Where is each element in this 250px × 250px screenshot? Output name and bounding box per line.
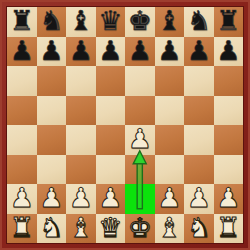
square-d5[interactable] xyxy=(96,96,126,126)
piece-black-pawn[interactable]: ♟ xyxy=(10,37,34,64)
square-a2[interactable]: ♟ xyxy=(7,184,37,214)
square-d1[interactable]: ♛ xyxy=(96,214,126,244)
board-frame: ♜♞♝♛♚♝♞♜♟♟♟♟♟♟♟♟♟♟♟♟♟♟♟♟♜♞♝♛♚♝♞♜ xyxy=(0,0,250,250)
square-c1[interactable]: ♝ xyxy=(66,214,96,244)
square-a1[interactable]: ♜ xyxy=(7,214,37,244)
square-c7[interactable]: ♟ xyxy=(66,37,96,67)
square-g5[interactable] xyxy=(184,96,214,126)
square-b7[interactable]: ♟ xyxy=(37,37,67,67)
square-g4[interactable] xyxy=(184,125,214,155)
piece-black-pawn[interactable]: ♟ xyxy=(216,37,240,64)
square-c3[interactable] xyxy=(66,155,96,185)
square-c8[interactable]: ♝ xyxy=(66,7,96,37)
square-f5[interactable] xyxy=(155,96,185,126)
piece-white-pawn[interactable]: ♟ xyxy=(216,184,240,211)
piece-white-knight[interactable]: ♞ xyxy=(187,214,211,241)
square-a8[interactable]: ♜ xyxy=(7,7,37,37)
square-b2[interactable]: ♟ xyxy=(37,184,67,214)
square-a4[interactable] xyxy=(7,125,37,155)
piece-white-pawn[interactable]: ♟ xyxy=(39,184,63,211)
square-f4[interactable] xyxy=(155,125,185,155)
piece-black-knight[interactable]: ♞ xyxy=(39,7,63,34)
square-g1[interactable]: ♞ xyxy=(184,214,214,244)
piece-white-pawn[interactable]: ♟ xyxy=(128,125,152,152)
square-f7[interactable]: ♟ xyxy=(155,37,185,67)
square-d2[interactable]: ♟ xyxy=(96,184,126,214)
square-c4[interactable] xyxy=(66,125,96,155)
square-f8[interactable]: ♝ xyxy=(155,7,185,37)
square-a6[interactable] xyxy=(7,66,37,96)
square-c6[interactable] xyxy=(66,66,96,96)
square-d3[interactable] xyxy=(96,155,126,185)
square-d4[interactable] xyxy=(96,125,126,155)
piece-white-bishop[interactable]: ♝ xyxy=(69,214,93,241)
piece-black-king[interactable]: ♚ xyxy=(128,7,152,34)
square-c2[interactable]: ♟ xyxy=(66,184,96,214)
square-d7[interactable]: ♟ xyxy=(96,37,126,67)
square-h4[interactable] xyxy=(214,125,244,155)
square-e8[interactable]: ♚ xyxy=(125,7,155,37)
piece-white-pawn[interactable]: ♟ xyxy=(69,184,93,211)
piece-black-bishop[interactable]: ♝ xyxy=(157,7,181,34)
piece-black-pawn[interactable]: ♟ xyxy=(157,37,181,64)
square-a3[interactable] xyxy=(7,155,37,185)
square-h3[interactable] xyxy=(214,155,244,185)
square-b3[interactable] xyxy=(37,155,67,185)
piece-black-rook[interactable]: ♜ xyxy=(10,7,34,34)
square-e1[interactable]: ♚ xyxy=(125,214,155,244)
square-f2[interactable]: ♟ xyxy=(155,184,185,214)
square-h7[interactable]: ♟ xyxy=(214,37,244,67)
piece-black-pawn[interactable]: ♟ xyxy=(69,37,93,64)
piece-black-rook[interactable]: ♜ xyxy=(216,7,240,34)
square-d6[interactable] xyxy=(96,66,126,96)
square-h6[interactable] xyxy=(214,66,244,96)
piece-white-bishop[interactable]: ♝ xyxy=(157,214,181,241)
square-h8[interactable]: ♜ xyxy=(214,7,244,37)
square-g2[interactable]: ♟ xyxy=(184,184,214,214)
square-b1[interactable]: ♞ xyxy=(37,214,67,244)
square-e3[interactable] xyxy=(125,155,155,185)
square-h1[interactable]: ♜ xyxy=(214,214,244,244)
square-h2[interactable]: ♟ xyxy=(214,184,244,214)
piece-white-queen[interactable]: ♛ xyxy=(98,214,122,241)
square-b6[interactable] xyxy=(37,66,67,96)
piece-black-pawn[interactable]: ♟ xyxy=(39,37,63,64)
piece-white-pawn[interactable]: ♟ xyxy=(98,184,122,211)
square-g6[interactable] xyxy=(184,66,214,96)
square-c5[interactable] xyxy=(66,96,96,126)
square-g7[interactable]: ♟ xyxy=(184,37,214,67)
square-e6[interactable] xyxy=(125,66,155,96)
piece-white-pawn[interactable]: ♟ xyxy=(10,184,34,211)
square-e7[interactable]: ♟ xyxy=(125,37,155,67)
piece-black-queen[interactable]: ♛ xyxy=(98,7,122,34)
piece-black-pawn[interactable]: ♟ xyxy=(187,37,211,64)
square-d8[interactable]: ♛ xyxy=(96,7,126,37)
piece-white-king[interactable]: ♚ xyxy=(128,214,152,241)
piece-white-rook[interactable]: ♜ xyxy=(216,214,240,241)
piece-black-knight[interactable]: ♞ xyxy=(187,7,211,34)
square-g8[interactable]: ♞ xyxy=(184,7,214,37)
square-e2[interactable] xyxy=(125,184,155,214)
piece-black-pawn[interactable]: ♟ xyxy=(98,37,122,64)
chess-board: ♜♞♝♛♚♝♞♜♟♟♟♟♟♟♟♟♟♟♟♟♟♟♟♟♜♞♝♛♚♝♞♜ xyxy=(7,7,243,243)
square-g3[interactable] xyxy=(184,155,214,185)
square-f6[interactable] xyxy=(155,66,185,96)
piece-white-pawn[interactable]: ♟ xyxy=(157,184,181,211)
square-e4[interactable]: ♟ xyxy=(125,125,155,155)
square-b4[interactable] xyxy=(37,125,67,155)
square-b5[interactable] xyxy=(37,96,67,126)
piece-black-bishop[interactable]: ♝ xyxy=(69,7,93,34)
piece-white-rook[interactable]: ♜ xyxy=(10,214,34,241)
square-h5[interactable] xyxy=(214,96,244,126)
piece-white-pawn[interactable]: ♟ xyxy=(187,184,211,211)
square-a5[interactable] xyxy=(7,96,37,126)
square-a7[interactable]: ♟ xyxy=(7,37,37,67)
piece-black-pawn[interactable]: ♟ xyxy=(128,37,152,64)
piece-white-knight[interactable]: ♞ xyxy=(39,214,63,241)
square-e5[interactable] xyxy=(125,96,155,126)
square-f1[interactable]: ♝ xyxy=(155,214,185,244)
square-b8[interactable]: ♞ xyxy=(37,7,67,37)
square-f3[interactable] xyxy=(155,155,185,185)
